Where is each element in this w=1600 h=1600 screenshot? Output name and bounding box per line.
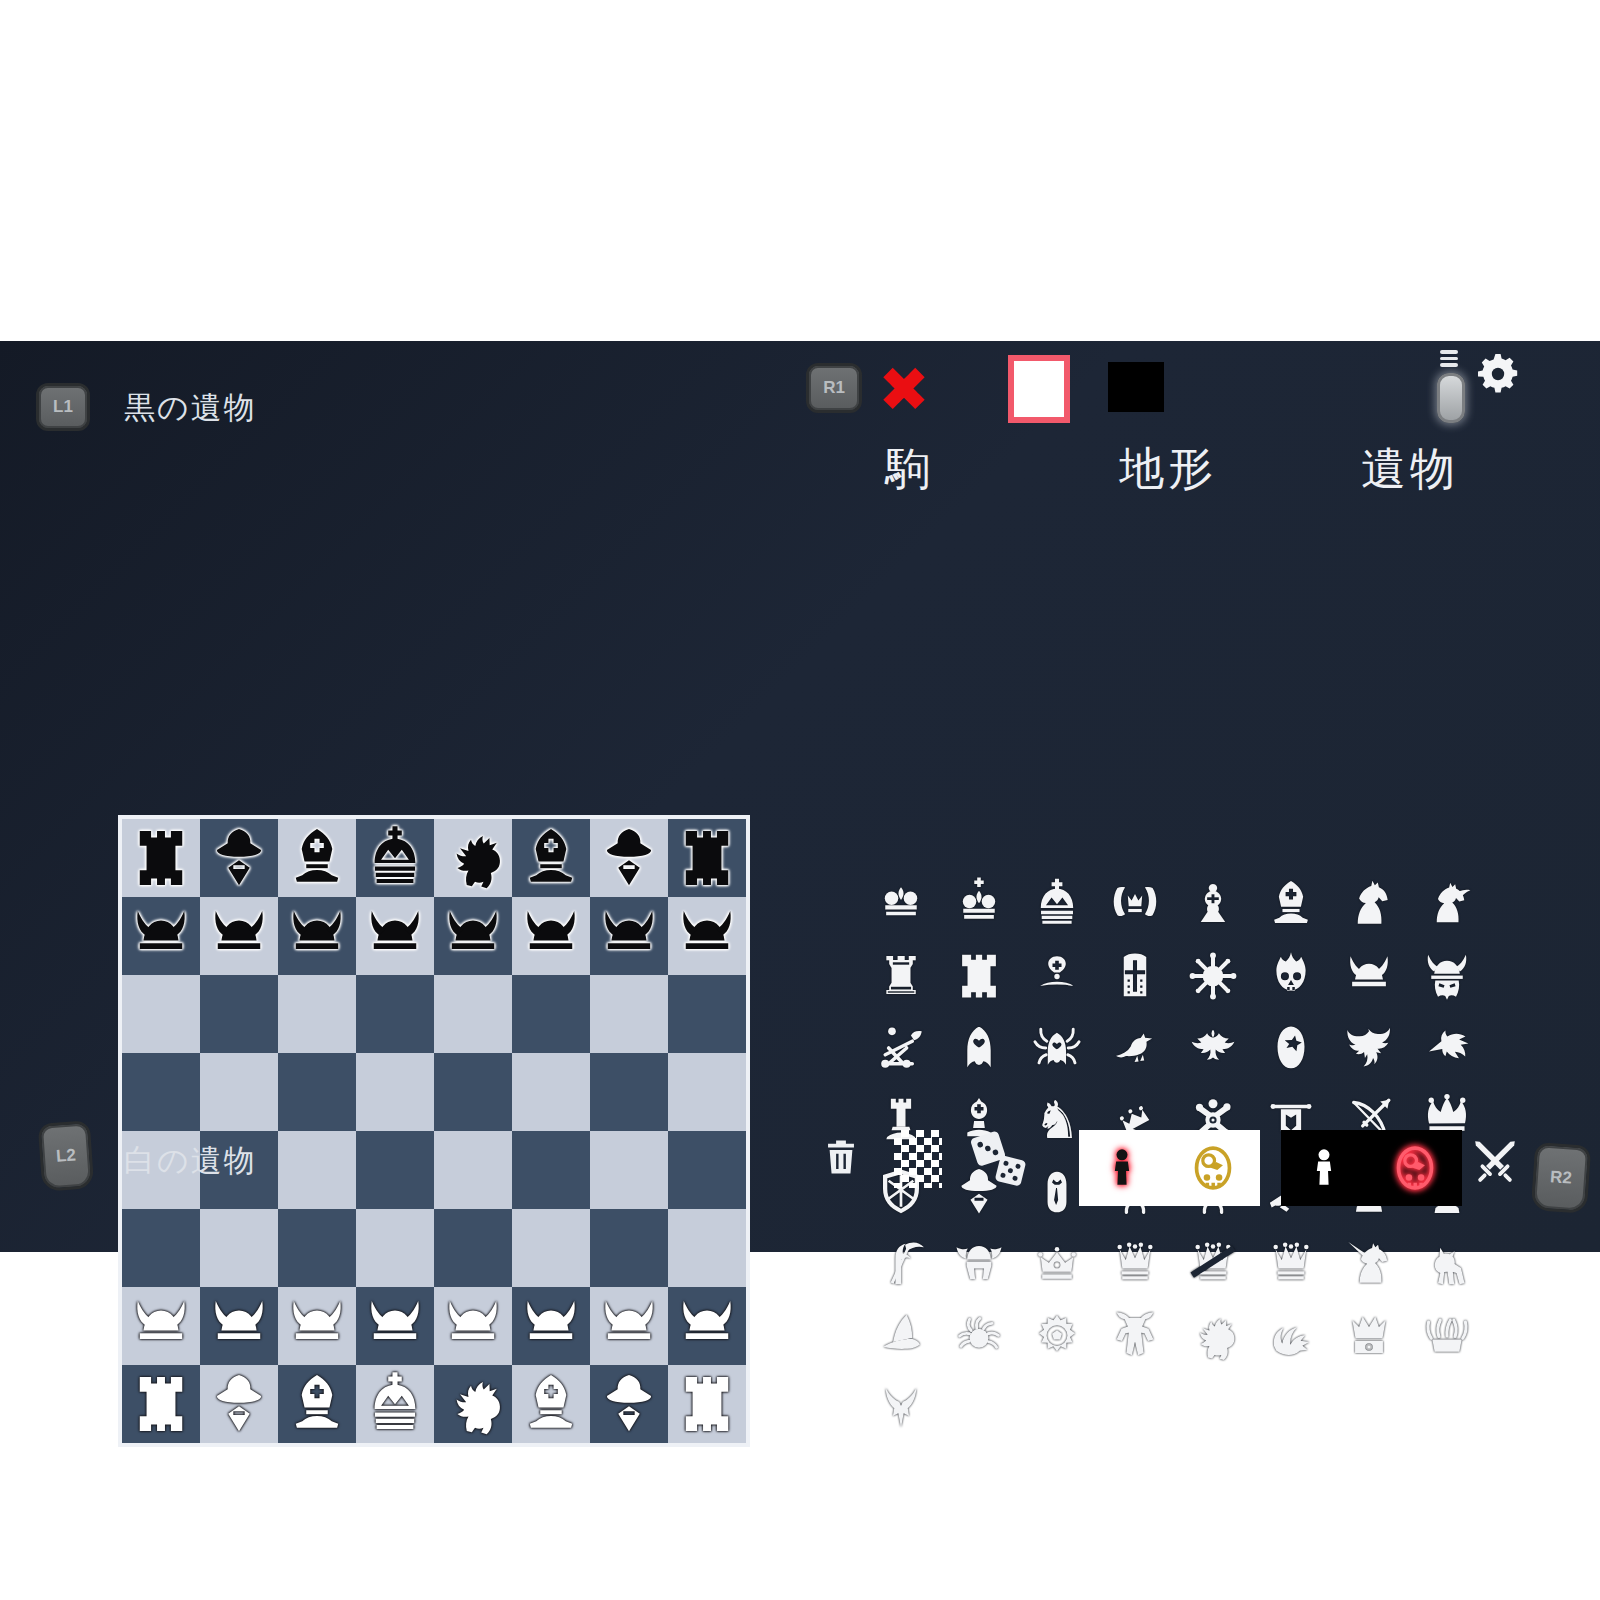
l1-button-hint: L1: [36, 383, 90, 431]
game-screen: L1 黒の遺物 L2 白の遺物 R1 ✖ 駒 地形 遺物 ♝♜♞ R2: [0, 341, 1600, 1252]
palette-icon-viking-helmet[interactable]: [1330, 940, 1408, 1012]
palette-icon-lion-head[interactable]: [1018, 1300, 1096, 1372]
delete-tool-icon[interactable]: ✖: [878, 359, 930, 421]
square-d8[interactable]: [356, 819, 434, 897]
white-wizard-hat-b1: [205, 1370, 273, 1438]
square-d2[interactable]: [356, 1287, 434, 1365]
palette-icon-royal-crown[interactable]: [1018, 1228, 1096, 1300]
touchpad-button-icon[interactable]: [1437, 373, 1465, 423]
black-griffin-e8: [439, 824, 507, 892]
palette-icon-viking-warrior[interactable]: [1408, 940, 1486, 1012]
white-viking-pawn-f2: [517, 1292, 585, 1360]
square-e4[interactable]: [434, 1131, 512, 1209]
palette-icon-crown-with-cross[interactable]: [940, 868, 1018, 940]
square-f8[interactable]: [512, 819, 590, 897]
palette-icon-witch-hat[interactable]: [862, 1300, 940, 1372]
palette-icon-grim-reaper[interactable]: [862, 1228, 940, 1300]
square-g8[interactable]: [590, 819, 668, 897]
square-c7[interactable]: [278, 897, 356, 975]
palette-icon-centaur[interactable]: [1408, 1228, 1486, 1300]
square-f4[interactable]: [512, 1131, 590, 1209]
black-player-human-icon[interactable]: [1302, 1140, 1346, 1196]
white-viking-pawn-g2: [595, 1292, 663, 1360]
square-h6[interactable]: [668, 975, 746, 1053]
palette-icon-medusa[interactable]: [940, 1300, 1018, 1372]
white-viking-pawn-c2: [283, 1292, 351, 1360]
white-viking-pawn-h2: [673, 1292, 741, 1360]
palette-icon-rook[interactable]: ♜: [862, 940, 940, 1012]
chess-board[interactable]: [118, 815, 750, 1447]
square-f7[interactable]: [512, 897, 590, 975]
r1-button-hint: R1: [806, 363, 862, 413]
palette-icon-eagle[interactable]: [1174, 1012, 1252, 1084]
palette-icon-winged-helm[interactable]: [940, 1228, 1018, 1300]
black-player-box: [1281, 1130, 1462, 1206]
black-king-d8: [361, 824, 429, 892]
palette-icon-wyvern[interactable]: [1330, 1012, 1408, 1084]
square-g5[interactable]: [590, 1053, 668, 1131]
square-c5[interactable]: [278, 1053, 356, 1131]
square-d4[interactable]: [356, 1131, 434, 1209]
white-wizard-hat-g1: [595, 1370, 663, 1438]
palette-icon-horned-mask[interactable]: [862, 1372, 940, 1444]
square-b1[interactable]: [200, 1365, 278, 1443]
r2-label: R2: [1549, 1167, 1572, 1188]
white-viking-pawn-e2: [439, 1292, 507, 1360]
palette-icon-spider-hood[interactable]: [1018, 1012, 1096, 1084]
white-mitre-bishop-f1: [517, 1370, 585, 1438]
l2-button-hint: L2: [38, 1120, 95, 1191]
square-b7[interactable]: [200, 897, 278, 975]
white-griffin-e1: [439, 1370, 507, 1438]
square-a7[interactable]: [122, 897, 200, 975]
palette-icon-cleric-standard[interactable]: [1018, 940, 1096, 1012]
palette-icon-queen-crown[interactable]: [1252, 1228, 1330, 1300]
palette-icon-spiked-crown[interactable]: [1096, 1228, 1174, 1300]
square-g3[interactable]: [590, 1209, 668, 1287]
black-viking-pawn-g7: [595, 902, 663, 970]
white-viking-pawn-a2: [127, 1292, 195, 1360]
black-mitre-bishop-c8: [283, 824, 351, 892]
square-d7[interactable]: [356, 897, 434, 975]
square-h2[interactable]: [668, 1287, 746, 1365]
square-g2[interactable]: [590, 1287, 668, 1365]
tab-terrain[interactable]: 地形: [1088, 439, 1248, 499]
white-mitre-bishop-c1: [283, 1370, 351, 1438]
white-side-swatch-selected[interactable]: [1008, 355, 1070, 423]
black-viking-pawn-b7: [205, 902, 273, 970]
l1-label: L1: [53, 397, 73, 417]
white-tower-h1: [673, 1370, 741, 1438]
black-viking-pawn-f7: [517, 902, 585, 970]
trash-icon[interactable]: [820, 1130, 862, 1184]
square-e2[interactable]: [434, 1287, 512, 1365]
black-mitre-bishop-f8: [517, 824, 585, 892]
white-king-d1: [361, 1370, 429, 1438]
square-a6[interactable]: [122, 975, 200, 1053]
palette-icon-crusader-helm[interactable]: [1096, 940, 1174, 1012]
tab-relics[interactable]: 遺物: [1330, 439, 1490, 499]
square-a1[interactable]: [122, 1365, 200, 1443]
palette-icon-white-crown[interactable]: [862, 868, 940, 940]
menu-lines-icon[interactable]: [1440, 350, 1458, 370]
square-f1[interactable]: [512, 1365, 590, 1443]
square-e8[interactable]: [434, 819, 512, 897]
square-h7[interactable]: [668, 897, 746, 975]
black-tower-a8: [127, 824, 195, 892]
square-h3[interactable]: [668, 1209, 746, 1287]
square-a5[interactable]: [122, 1053, 200, 1131]
black-relics-title[interactable]: 黒の遺物: [124, 387, 257, 429]
black-viking-pawn-d7: [361, 902, 429, 970]
square-f3[interactable]: [512, 1209, 590, 1287]
palette-icon-griffin[interactable]: [1174, 1300, 1252, 1372]
black-viking-pawn-a7: [127, 902, 195, 970]
square-f6[interactable]: [512, 975, 590, 1053]
square-f2[interactable]: [512, 1287, 590, 1365]
square-a2[interactable]: [122, 1287, 200, 1365]
square-g1[interactable]: [590, 1365, 668, 1443]
square-e7[interactable]: [434, 897, 512, 975]
square-e1[interactable]: [434, 1365, 512, 1443]
white-player-ai-icon[interactable]: [1187, 1140, 1239, 1196]
board-pattern-icon[interactable]: [894, 1130, 942, 1188]
white-relics-title[interactable]: 白の遺物: [124, 1140, 257, 1182]
palette-icon-bishop[interactable]: ♝: [1174, 868, 1252, 940]
palette-icon-minotaur[interactable]: [1096, 1300, 1174, 1372]
square-b2[interactable]: [200, 1287, 278, 1365]
settings-gear-icon[interactable]: [1474, 350, 1522, 398]
square-e3[interactable]: [434, 1209, 512, 1287]
square-h8[interactable]: [668, 819, 746, 897]
black-wizard-hat-b8: [205, 824, 273, 892]
square-c6[interactable]: [278, 975, 356, 1053]
square-h1[interactable]: [668, 1365, 746, 1443]
square-f5[interactable]: [512, 1053, 590, 1131]
black-tower-h8: [673, 824, 741, 892]
palette-icon-unicorn[interactable]: [1330, 1228, 1408, 1300]
square-d6[interactable]: [356, 975, 434, 1053]
palette-icon-thorn-crown[interactable]: [1408, 1300, 1486, 1372]
palette-icon-catapult[interactable]: [862, 1012, 940, 1084]
white-player-human-icon-selected[interactable]: [1100, 1140, 1144, 1196]
palette-icon-flaming-skull[interactable]: [1252, 940, 1330, 1012]
black-viking-pawn-h7: [673, 902, 741, 970]
white-viking-pawn-d2: [361, 1292, 429, 1360]
palette-icon-sash-crown[interactable]: [1174, 1228, 1252, 1300]
tab-pieces[interactable]: 駒: [850, 439, 970, 499]
square-b8[interactable]: [200, 819, 278, 897]
square-c2[interactable]: [278, 1287, 356, 1365]
black-wizard-hat-g8: [595, 824, 663, 892]
black-player-ai-icon-selected[interactable]: [1389, 1140, 1441, 1196]
square-c8[interactable]: [278, 819, 356, 897]
square-d3[interactable]: [356, 1209, 434, 1287]
square-e6[interactable]: [434, 975, 512, 1053]
square-c1[interactable]: [278, 1365, 356, 1443]
white-tower-a1: [127, 1370, 195, 1438]
square-d5[interactable]: [356, 1053, 434, 1131]
black-side-swatch[interactable]: [1108, 362, 1164, 412]
square-c4[interactable]: [278, 1131, 356, 1209]
palette-icon-mitre[interactable]: [1252, 868, 1330, 940]
white-player-box: [1079, 1130, 1260, 1206]
palette-icon-hooded-assassin[interactable]: [940, 1012, 1018, 1084]
r2-button-hint: R2: [1531, 1142, 1592, 1214]
square-e5[interactable]: [434, 1053, 512, 1131]
palette-icon-spiral-crown[interactable]: [1330, 1300, 1408, 1372]
square-c3[interactable]: [278, 1209, 356, 1287]
palette-icon-hydra[interactable]: [1252, 1300, 1330, 1372]
square-g4[interactable]: [590, 1131, 668, 1209]
black-viking-pawn-e7: [439, 902, 507, 970]
square-b3[interactable]: [200, 1209, 278, 1287]
square-h5[interactable]: [668, 1053, 746, 1131]
square-g7[interactable]: [590, 897, 668, 975]
palette-icon-horse-head[interactable]: [1330, 868, 1408, 940]
square-a3[interactable]: [122, 1209, 200, 1287]
palette-icon-virus[interactable]: [1174, 940, 1252, 1012]
white-viking-pawn-b2: [205, 1292, 273, 1360]
palette-icon-dragon-head[interactable]: [1408, 1012, 1486, 1084]
start-battle-swords-icon[interactable]: [1468, 1134, 1522, 1188]
palette-icon-fortress-tower[interactable]: [940, 940, 1018, 1012]
square-b5[interactable]: [200, 1053, 278, 1131]
square-b6[interactable]: [200, 975, 278, 1053]
square-a8[interactable]: [122, 819, 200, 897]
square-h4[interactable]: [668, 1131, 746, 1209]
palette-icon-pegasus[interactable]: [1408, 868, 1486, 940]
palette-icon-raven[interactable]: [1096, 1012, 1174, 1084]
square-d1[interactable]: [356, 1365, 434, 1443]
palette-icon-laurel-crown[interactable]: [1096, 868, 1174, 940]
palette-icon-jagged-crown-king[interactable]: [1018, 868, 1096, 940]
r1-label: R1: [823, 378, 845, 398]
dice-icon[interactable]: [966, 1126, 1032, 1192]
black-viking-pawn-c7: [283, 902, 351, 970]
palette-icon-dragon-egg[interactable]: [1252, 1012, 1330, 1084]
l2-label: L2: [55, 1145, 76, 1166]
square-g6[interactable]: [590, 975, 668, 1053]
